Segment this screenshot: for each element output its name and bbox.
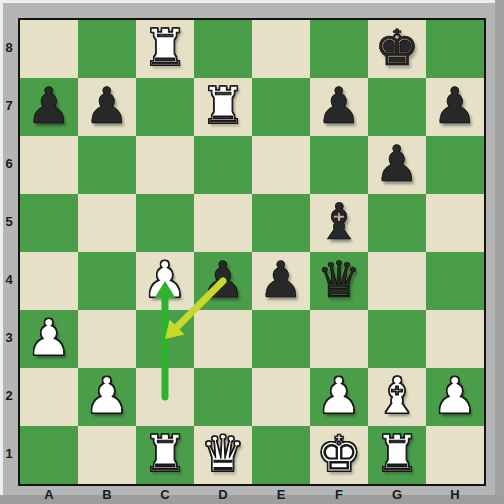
square-d7[interactable]: ♜: [194, 78, 252, 136]
piece-black-bishop[interactable]: ♝: [317, 197, 362, 247]
piece-white-rook[interactable]: ♜: [143, 23, 188, 73]
square-h6[interactable]: [426, 136, 484, 194]
chess-diagram: ♜♚♟♟♜♟♟♟♝♟♟♟♛♟♟♟♝♟♜♛♚♜ 87654321 ABCDEFGH: [0, 0, 504, 504]
piece-white-pawn[interactable]: ♟: [143, 255, 188, 305]
square-e2[interactable]: [252, 368, 310, 426]
frame-bevel-top: [0, 0, 504, 3]
square-a1[interactable]: [20, 426, 78, 484]
file-label-C: C: [136, 485, 194, 503]
square-e6[interactable]: [252, 136, 310, 194]
square-c1[interactable]: ♜: [136, 426, 194, 484]
square-b8[interactable]: [78, 20, 136, 78]
square-h3[interactable]: [426, 310, 484, 368]
piece-black-pawn[interactable]: ♟: [201, 255, 246, 305]
square-g2[interactable]: ♝: [368, 368, 426, 426]
square-c7[interactable]: [136, 78, 194, 136]
square-f3[interactable]: [310, 310, 368, 368]
square-h5[interactable]: [426, 194, 484, 252]
square-b4[interactable]: [78, 252, 136, 310]
square-b6[interactable]: [78, 136, 136, 194]
square-g3[interactable]: [368, 310, 426, 368]
square-g6[interactable]: ♟: [368, 136, 426, 194]
square-f7[interactable]: ♟: [310, 78, 368, 136]
rank-label-4: 4: [1, 250, 17, 308]
square-c5[interactable]: [136, 194, 194, 252]
piece-white-king[interactable]: ♚: [317, 429, 362, 479]
square-e1[interactable]: [252, 426, 310, 484]
piece-black-pawn[interactable]: ♟: [259, 255, 304, 305]
square-f1[interactable]: ♚: [310, 426, 368, 484]
square-a4[interactable]: [20, 252, 78, 310]
file-label-F: F: [310, 485, 368, 503]
square-a3[interactable]: ♟: [20, 310, 78, 368]
piece-black-pawn[interactable]: ♟: [433, 81, 478, 131]
piece-white-rook[interactable]: ♜: [375, 429, 420, 479]
rank-label-7: 7: [1, 76, 17, 134]
square-c6[interactable]: [136, 136, 194, 194]
file-label-A: A: [20, 485, 78, 503]
square-e4[interactable]: ♟: [252, 252, 310, 310]
square-b3[interactable]: [78, 310, 136, 368]
square-d3[interactable]: [194, 310, 252, 368]
square-f8[interactable]: [310, 20, 368, 78]
square-b2[interactable]: ♟: [78, 368, 136, 426]
square-d1[interactable]: ♛: [194, 426, 252, 484]
square-e3[interactable]: [252, 310, 310, 368]
square-h4[interactable]: [426, 252, 484, 310]
chess-board: ♜♚♟♟♜♟♟♟♝♟♟♟♛♟♟♟♝♟♜♛♚♜: [18, 18, 486, 486]
piece-black-king[interactable]: ♚: [375, 23, 420, 73]
square-a7[interactable]: ♟: [20, 78, 78, 136]
square-h8[interactable]: [426, 20, 484, 78]
square-b1[interactable]: [78, 426, 136, 484]
square-a2[interactable]: [20, 368, 78, 426]
square-d4[interactable]: ♟: [194, 252, 252, 310]
piece-white-pawn[interactable]: ♟: [85, 371, 130, 421]
square-c2[interactable]: [136, 368, 194, 426]
piece-white-bishop[interactable]: ♝: [375, 371, 420, 421]
square-e5[interactable]: [252, 194, 310, 252]
piece-black-pawn[interactable]: ♟: [317, 81, 362, 131]
file-label-D: D: [194, 485, 252, 503]
square-b5[interactable]: [78, 194, 136, 252]
rank-label-6: 6: [1, 134, 17, 192]
square-d5[interactable]: [194, 194, 252, 252]
square-h7[interactable]: ♟: [426, 78, 484, 136]
square-f2[interactable]: ♟: [310, 368, 368, 426]
square-d8[interactable]: [194, 20, 252, 78]
square-f6[interactable]: [310, 136, 368, 194]
square-h2[interactable]: ♟: [426, 368, 484, 426]
file-label-E: E: [252, 485, 310, 503]
square-a5[interactable]: [20, 194, 78, 252]
square-a8[interactable]: [20, 20, 78, 78]
piece-white-pawn[interactable]: ♟: [27, 313, 72, 363]
piece-white-pawn[interactable]: ♟: [433, 371, 478, 421]
rank-label-5: 5: [1, 192, 17, 250]
piece-black-pawn[interactable]: ♟: [375, 139, 420, 189]
square-a6[interactable]: [20, 136, 78, 194]
rank-label-1: 1: [1, 424, 17, 482]
square-e7[interactable]: [252, 78, 310, 136]
square-g1[interactable]: ♜: [368, 426, 426, 484]
square-h1[interactable]: [426, 426, 484, 484]
square-f5[interactable]: ♝: [310, 194, 368, 252]
rank-label-8: 8: [1, 18, 17, 76]
square-g5[interactable]: [368, 194, 426, 252]
piece-white-rook[interactable]: ♜: [143, 429, 188, 479]
piece-white-queen[interactable]: ♛: [201, 429, 246, 479]
square-d6[interactable]: [194, 136, 252, 194]
piece-white-pawn[interactable]: ♟: [317, 371, 362, 421]
square-c8[interactable]: ♜: [136, 20, 194, 78]
rank-label-3: 3: [1, 308, 17, 366]
piece-black-pawn[interactable]: ♟: [85, 81, 130, 131]
piece-white-rook[interactable]: ♜: [201, 81, 246, 131]
piece-black-pawn[interactable]: ♟: [27, 81, 72, 131]
square-d2[interactable]: [194, 368, 252, 426]
square-g7[interactable]: [368, 78, 426, 136]
file-label-H: H: [426, 485, 484, 503]
frame-bevel-right: [495, 0, 504, 504]
square-g8[interactable]: ♚: [368, 20, 426, 78]
square-b7[interactable]: ♟: [78, 78, 136, 136]
file-label-B: B: [78, 485, 136, 503]
square-c4[interactable]: ♟: [136, 252, 194, 310]
file-label-G: G: [368, 485, 426, 503]
square-c3[interactable]: [136, 310, 194, 368]
square-e8[interactable]: [252, 20, 310, 78]
piece-black-queen[interactable]: ♛: [317, 255, 362, 305]
square-f4[interactable]: ♛: [310, 252, 368, 310]
rank-label-2: 2: [1, 366, 17, 424]
square-g4[interactable]: [368, 252, 426, 310]
